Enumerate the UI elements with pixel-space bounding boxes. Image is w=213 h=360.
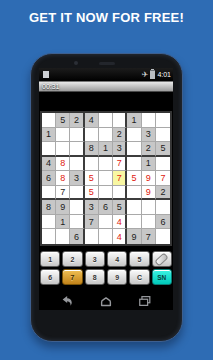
cell-r9c7[interactable]: 9 [127, 229, 141, 244]
cell-r3c5[interactable]: 1 [99, 142, 113, 157]
cell-r1c2[interactable]: 5 [56, 113, 70, 128]
cell-r2c7[interactable] [127, 128, 141, 143]
cell-r6c1[interactable] [42, 186, 56, 201]
cell-r5c9[interactable]: 7 [156, 171, 170, 186]
recents-button[interactable] [138, 294, 153, 309]
recent-apps-icon [138, 294, 152, 308]
cell-r3c2[interactable] [56, 142, 70, 157]
cell-r5c5[interactable] [99, 171, 113, 186]
cell-r4c1[interactable]: 4 [42, 157, 56, 172]
back-icon [60, 294, 74, 308]
cell-r3c9[interactable]: 5 [156, 142, 170, 157]
cell-r8c3[interactable] [70, 215, 84, 230]
timer-bar: 00:31 [39, 81, 173, 92]
cell-r1c7[interactable]: 1 [127, 113, 141, 128]
key-6[interactable]: 6 [40, 269, 60, 285]
cell-r6c6[interactable] [113, 186, 127, 201]
cell-r7c5[interactable]: 6 [99, 200, 113, 215]
home-icon [99, 294, 113, 308]
cell-r5c1[interactable]: 6 [42, 171, 56, 186]
back-button[interactable] [60, 294, 75, 309]
speaker-slit [99, 62, 115, 65]
cell-r3c1[interactable] [42, 142, 56, 157]
cell-r9c2[interactable] [56, 229, 70, 244]
status-bar: ✈ 4:01 [39, 68, 173, 81]
cell-r3c8[interactable]: 2 [142, 142, 156, 157]
key-8[interactable]: 8 [85, 269, 105, 285]
cell-r6c7[interactable] [127, 186, 141, 201]
cell-r1c6[interactable] [113, 113, 127, 128]
cell-r6c8[interactable]: 9 [142, 186, 156, 201]
cell-r1c4[interactable]: 4 [85, 113, 99, 128]
cell-r3c4[interactable]: 8 [85, 142, 99, 157]
key-3[interactable]: 3 [85, 251, 105, 267]
phone: ✈ 4:01 00:31 524112381325487168357597759… [30, 53, 183, 342]
cell-r8c4[interactable]: 7 [85, 215, 99, 230]
cell-r7c4[interactable]: 3 [85, 200, 99, 215]
cell-r3c7[interactable] [127, 142, 141, 157]
key-1[interactable]: 1 [40, 251, 60, 267]
keypad-row-1: 12345 [40, 251, 172, 267]
phone-screen: ✈ 4:01 00:31 524112381325487168357597759… [39, 68, 173, 310]
cell-r2c3[interactable] [70, 128, 84, 143]
cell-r7c2[interactable]: 9 [56, 200, 70, 215]
cell-r7c6[interactable]: 5 [113, 200, 127, 215]
cell-r6c4[interactable]: 5 [85, 186, 99, 201]
cell-r1c5[interactable] [99, 113, 113, 128]
cell-r6c5[interactable] [99, 186, 113, 201]
cell-r1c3[interactable]: 2 [70, 113, 84, 128]
battery-icon [150, 70, 155, 79]
key-9[interactable]: 9 [107, 269, 127, 285]
cell-r2c5[interactable] [99, 128, 113, 143]
cell-r5c8[interactable]: 9 [142, 171, 156, 186]
notification-icon [43, 71, 49, 78]
cell-r9c8[interactable]: 7 [142, 229, 156, 244]
cell-r9c5[interactable] [99, 229, 113, 244]
key-clear[interactable]: C [129, 269, 149, 285]
cell-r2c8[interactable]: 3 [142, 128, 156, 143]
key-2[interactable]: 2 [62, 251, 82, 267]
cell-r5c6[interactable]: 7 [113, 171, 127, 186]
cell-r8c6[interactable]: 4 [113, 215, 127, 230]
cell-r1c8[interactable] [142, 113, 156, 128]
cell-r4c2[interactable]: 8 [56, 157, 70, 172]
cell-r3c6[interactable]: 3 [113, 142, 127, 157]
key-5[interactable]: 5 [129, 251, 149, 267]
cell-r2c6[interactable]: 2 [113, 128, 127, 143]
cell-r7c7[interactable] [127, 200, 141, 215]
cell-r8c1[interactable] [42, 215, 56, 230]
cell-r2c2[interactable] [56, 128, 70, 143]
nav-bar [39, 292, 173, 310]
cell-r4c9[interactable] [156, 157, 170, 172]
cell-r8c8[interactable] [142, 215, 156, 230]
cell-r8c2[interactable]: 1 [56, 215, 70, 230]
cell-r2c9[interactable] [156, 128, 170, 143]
key-sn[interactable]: SN [152, 269, 172, 285]
sudoku-grid: 5241123813254871683575977592893651746649… [40, 111, 172, 246]
cell-r7c8[interactable] [142, 200, 156, 215]
cell-r6c9[interactable]: 2 [156, 186, 170, 201]
key-4[interactable]: 4 [107, 251, 127, 267]
cell-r4c8[interactable]: 1 [142, 157, 156, 172]
cell-r4c5[interactable] [99, 157, 113, 172]
cell-r4c4[interactable] [85, 157, 99, 172]
cell-r4c7[interactable] [127, 157, 141, 172]
cell-r4c6[interactable]: 7 [113, 157, 127, 172]
cell-r9c3[interactable]: 6 [70, 229, 84, 244]
cell-r2c4[interactable] [85, 128, 99, 143]
key-eraser[interactable] [152, 251, 172, 267]
cell-r9c9[interactable] [156, 229, 170, 244]
cell-r3c3[interactable] [70, 142, 84, 157]
cell-r9c6[interactable]: 4 [113, 229, 127, 244]
keypad-row-2: 6789CSN [40, 269, 172, 285]
cell-r4c3[interactable] [70, 157, 84, 172]
cell-r6c2[interactable]: 7 [56, 186, 70, 201]
cell-r1c9[interactable] [156, 113, 170, 128]
airplane-mode-icon: ✈ [142, 71, 149, 79]
cell-r5c7[interactable]: 5 [127, 171, 141, 186]
cell-r7c1[interactable]: 8 [42, 200, 56, 215]
cell-r5c4[interactable]: 5 [85, 171, 99, 186]
cell-r8c5[interactable] [99, 215, 113, 230]
cell-r5c3[interactable]: 3 [70, 171, 84, 186]
cell-r6c3[interactable] [70, 186, 84, 201]
cell-r9c1[interactable] [42, 229, 56, 244]
home-button[interactable] [99, 294, 114, 309]
cell-r5c2[interactable]: 8 [56, 171, 70, 186]
timer-value: 00:31 [39, 82, 173, 92]
cell-r7c9[interactable] [156, 200, 170, 215]
camera-dot [74, 61, 78, 65]
cell-r8c9[interactable]: 6 [156, 215, 170, 230]
key-7[interactable]: 7 [62, 269, 82, 285]
eraser-icon [155, 252, 169, 266]
cell-r1c1[interactable] [42, 113, 56, 128]
status-time: 4:01 [157, 71, 171, 78]
cell-r8c7[interactable] [127, 215, 141, 230]
status-bar-right: ✈ 4:01 [142, 68, 171, 81]
cell-r2c1[interactable]: 1 [42, 128, 56, 143]
cell-r9c4[interactable] [85, 229, 99, 244]
banner-title: GET IT NOW FOR FREE! [0, 10, 213, 25]
cell-r7c3[interactable] [70, 200, 84, 215]
